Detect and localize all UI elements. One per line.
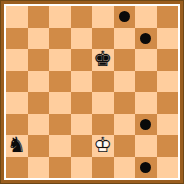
square-e6[interactable]: ♚ [92,49,114,71]
square-f6[interactable] [114,49,136,71]
move-marker-dot-g1 [140,162,151,173]
square-d8[interactable] [71,6,93,28]
square-h4[interactable] [157,92,179,114]
square-a7[interactable] [6,28,28,50]
square-f2[interactable] [114,135,136,157]
black-knight[interactable]: ♞ [6,135,28,157]
square-f7[interactable] [114,28,136,50]
chess-board[interactable]: ♚♞♚♔ [6,6,178,178]
square-g1[interactable] [135,157,157,179]
square-g7[interactable] [135,28,157,50]
square-f4[interactable] [114,92,136,114]
square-d1[interactable] [71,157,93,179]
square-c8[interactable] [49,6,71,28]
square-b6[interactable] [28,49,50,71]
square-d3[interactable] [71,114,93,136]
square-b7[interactable] [28,28,50,50]
white-king[interactable]: ♚♔ [92,135,114,157]
square-d4[interactable] [71,92,93,114]
square-e5[interactable] [92,71,114,93]
square-e4[interactable] [92,92,114,114]
square-g6[interactable] [135,49,157,71]
move-marker-dot-g3 [140,119,151,130]
square-f3[interactable] [114,114,136,136]
square-f8[interactable] [114,6,136,28]
square-d5[interactable] [71,71,93,93]
square-g3[interactable] [135,114,157,136]
square-h2[interactable] [157,135,179,157]
square-a4[interactable] [6,92,28,114]
black-king[interactable]: ♚ [92,49,114,71]
board-inner-border: ♚♞♚♔ [4,4,180,180]
square-h1[interactable] [157,157,179,179]
square-f1[interactable] [114,157,136,179]
square-b8[interactable] [28,6,50,28]
square-g4[interactable] [135,92,157,114]
square-d2[interactable] [71,135,93,157]
square-g8[interactable] [135,6,157,28]
square-h8[interactable] [157,6,179,28]
square-c3[interactable] [49,114,71,136]
black-knight-glyph: ♞ [6,135,28,157]
square-h7[interactable] [157,28,179,50]
square-c2[interactable] [49,135,71,157]
square-a6[interactable] [6,49,28,71]
square-h3[interactable] [157,114,179,136]
square-b1[interactable] [28,157,50,179]
square-a1[interactable] [6,157,28,179]
move-marker-dot-g7 [140,33,151,44]
square-c5[interactable] [49,71,71,93]
square-b2[interactable] [28,135,50,157]
black-king-glyph: ♚ [92,49,114,71]
square-a8[interactable] [6,6,28,28]
square-e3[interactable] [92,114,114,136]
square-a3[interactable] [6,114,28,136]
square-g5[interactable] [135,71,157,93]
move-marker-dot-f8 [119,11,130,22]
white-king-outline: ♔ [92,135,114,157]
square-c7[interactable] [49,28,71,50]
square-b4[interactable] [28,92,50,114]
square-h6[interactable] [157,49,179,71]
square-e2[interactable]: ♚♔ [92,135,114,157]
square-c1[interactable] [49,157,71,179]
square-d7[interactable] [71,28,93,50]
square-c4[interactable] [49,92,71,114]
square-a5[interactable] [6,71,28,93]
square-a2[interactable]: ♞ [6,135,28,157]
square-b5[interactable] [28,71,50,93]
square-c6[interactable] [49,49,71,71]
square-e7[interactable] [92,28,114,50]
square-e8[interactable] [92,6,114,28]
square-b3[interactable] [28,114,50,136]
square-e1[interactable] [92,157,114,179]
chess-board-frame: ♚♞♚♔ [0,0,184,184]
square-d6[interactable] [71,49,93,71]
square-h5[interactable] [157,71,179,93]
square-g2[interactable] [135,135,157,157]
square-f5[interactable] [114,71,136,93]
